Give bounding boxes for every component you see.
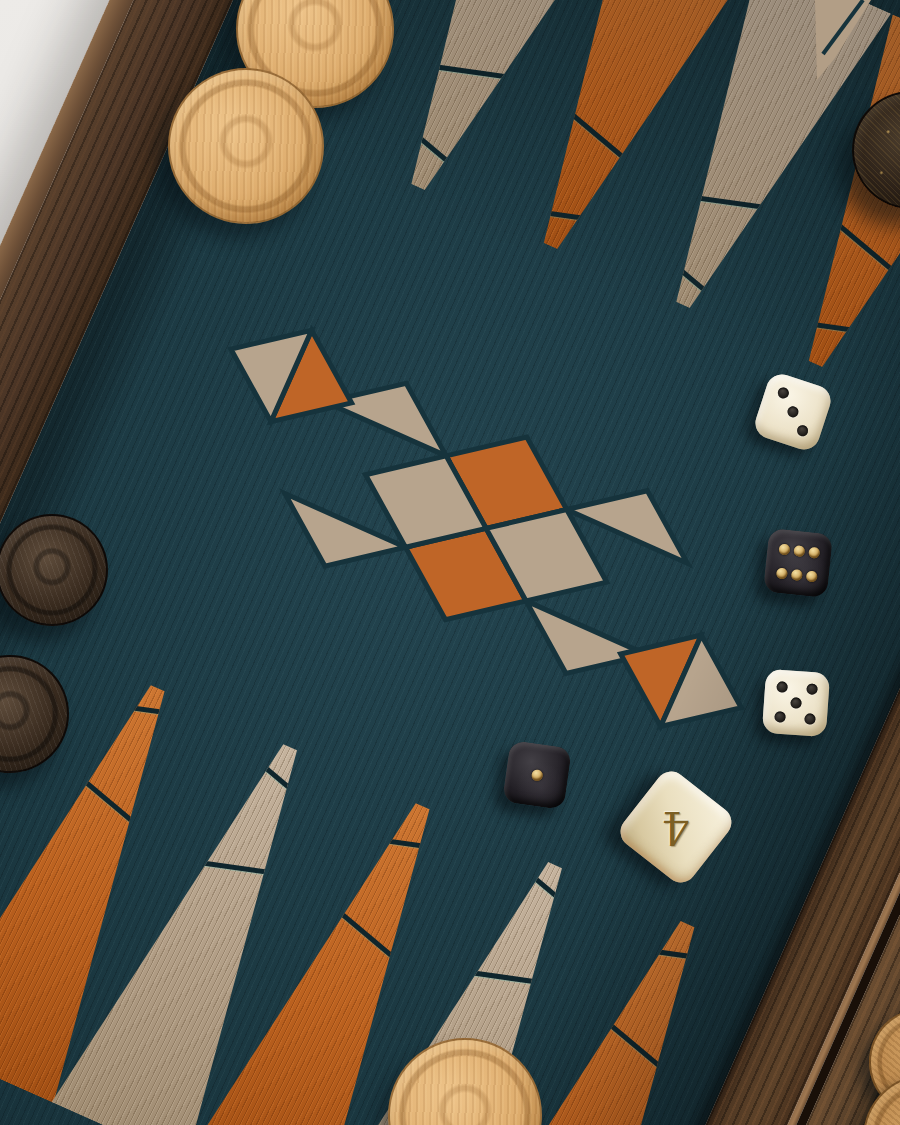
- die-pip: [779, 543, 791, 555]
- die-pip: [776, 568, 788, 580]
- die-black-6: [763, 528, 833, 598]
- die-pip: [531, 769, 543, 781]
- die-pip: [790, 697, 802, 709]
- doubling-cube-value: 4: [662, 802, 690, 853]
- checker-light: [168, 68, 324, 224]
- die-pip: [808, 546, 820, 558]
- die-pip: [786, 405, 800, 419]
- die-white-5: [762, 669, 830, 737]
- photo-scene: 4: [0, 0, 900, 1125]
- die-pip: [793, 545, 805, 557]
- die-pip: [805, 571, 817, 583]
- die-pip: [804, 714, 816, 726]
- checker-dark: [0, 514, 108, 626]
- die-pip: [776, 386, 790, 400]
- die-pip: [774, 711, 786, 723]
- die-pip: [776, 681, 788, 693]
- die-pip: [807, 683, 819, 695]
- corner-point-wedge: [815, 0, 900, 92]
- die-pip: [796, 424, 810, 438]
- die-black-1: [502, 740, 572, 810]
- die-pip: [791, 569, 803, 581]
